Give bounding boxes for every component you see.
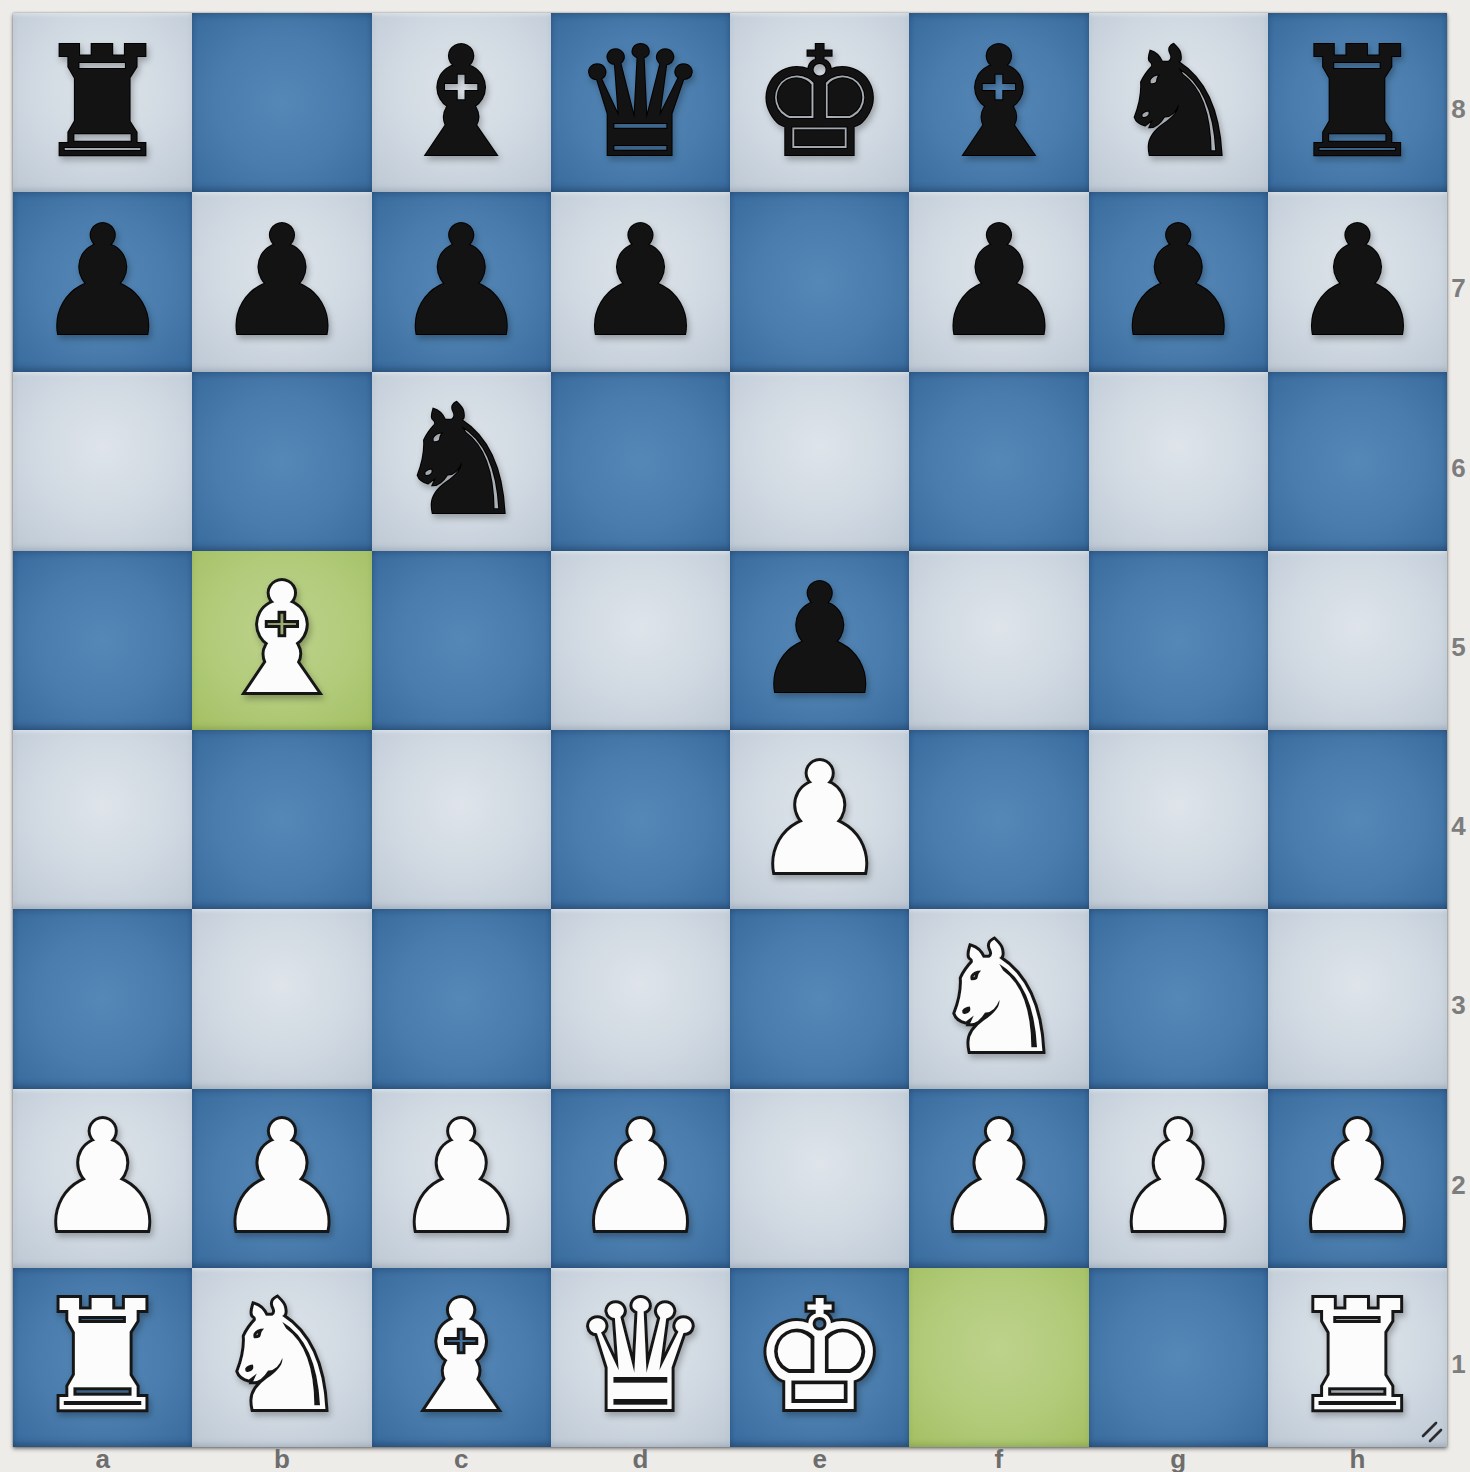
square-f3[interactable]: ♞ — [909, 909, 1088, 1088]
square-b2[interactable]: ♟ — [192, 1089, 371, 1268]
square-c2[interactable]: ♟ — [372, 1089, 551, 1268]
rank-label-3: 3 — [1447, 909, 1470, 1088]
square-a5[interactable] — [13, 551, 192, 730]
black-king-e8-piece[interactable]: ♚ — [751, 27, 887, 179]
square-d3[interactable] — [551, 909, 730, 1088]
file-label-e: e — [730, 1445, 909, 1472]
square-f8[interactable]: ♝ — [909, 13, 1088, 192]
square-b7[interactable]: ♟ — [192, 192, 371, 371]
black-bishop-c8-piece[interactable]: ♝ — [393, 27, 529, 179]
square-d4[interactable] — [551, 730, 730, 909]
black-knight-c6-piece[interactable]: ♞ — [393, 385, 529, 537]
square-e4[interactable]: ♟ — [730, 730, 909, 909]
square-c8[interactable]: ♝ — [372, 13, 551, 192]
square-b6[interactable] — [192, 372, 371, 551]
square-e2[interactable] — [730, 1089, 909, 1268]
white-bishop-c1-piece[interactable]: ♝ — [393, 1281, 529, 1433]
square-a2[interactable]: ♟ — [13, 1089, 192, 1268]
square-d5[interactable] — [551, 551, 730, 730]
rank-label-4: 4 — [1447, 730, 1470, 909]
square-h5[interactable] — [1268, 551, 1447, 730]
black-pawn-c7-piece[interactable]: ♟ — [393, 206, 529, 358]
chess-board-page: ♜♝♛♚♝♞♜♟♟♟♟♟♟♟♞♝♟♟♞♟♟♟♟♟♟♟♜♞♝♛♚♜ 8 7 6 5… — [0, 0, 1470, 1472]
square-g6[interactable] — [1089, 372, 1268, 551]
square-d7[interactable]: ♟ — [551, 192, 730, 371]
black-bishop-f8-piece[interactable]: ♝ — [931, 27, 1067, 179]
file-label-d: d — [551, 1445, 730, 1472]
black-pawn-b7-piece[interactable]: ♟ — [214, 206, 350, 358]
square-g3[interactable] — [1089, 909, 1268, 1088]
white-rook-h1-piece[interactable]: ♜ — [1289, 1281, 1425, 1433]
square-g4[interactable] — [1089, 730, 1268, 909]
square-h4[interactable] — [1268, 730, 1447, 909]
square-e1[interactable]: ♚ — [730, 1268, 909, 1447]
square-h2[interactable]: ♟ — [1268, 1089, 1447, 1268]
white-knight-b1-piece[interactable]: ♞ — [214, 1281, 350, 1433]
square-c1[interactable]: ♝ — [372, 1268, 551, 1447]
square-g5[interactable] — [1089, 551, 1268, 730]
square-a4[interactable] — [13, 730, 192, 909]
square-b5[interactable]: ♝ — [192, 551, 371, 730]
white-pawn-c2-piece[interactable]: ♟ — [393, 1102, 529, 1254]
white-pawn-b2-piece[interactable]: ♟ — [214, 1102, 350, 1254]
square-d8[interactable]: ♛ — [551, 13, 730, 192]
rank-label-1: 1 — [1447, 1268, 1470, 1447]
board-resize-handle-icon[interactable] — [1420, 1420, 1444, 1444]
white-pawn-h2-piece[interactable]: ♟ — [1289, 1102, 1425, 1254]
black-pawn-d7-piece[interactable]: ♟ — [572, 206, 708, 358]
black-pawn-g7-piece[interactable]: ♟ — [1110, 206, 1246, 358]
square-c7[interactable]: ♟ — [372, 192, 551, 371]
square-e8[interactable]: ♚ — [730, 13, 909, 192]
square-a6[interactable] — [13, 372, 192, 551]
rank-label-2: 2 — [1447, 1089, 1470, 1268]
file-label-b: b — [192, 1445, 371, 1472]
black-knight-g8-piece[interactable]: ♞ — [1110, 27, 1246, 179]
white-pawn-g2-piece[interactable]: ♟ — [1110, 1102, 1246, 1254]
rank-label-5: 5 — [1447, 551, 1470, 730]
file-label-g: g — [1089, 1445, 1268, 1472]
white-knight-f3-piece[interactable]: ♞ — [931, 923, 1067, 1075]
square-d2[interactable]: ♟ — [551, 1089, 730, 1268]
file-label-h: h — [1268, 1445, 1447, 1472]
chess-board: ♜♝♛♚♝♞♜♟♟♟♟♟♟♟♞♝♟♟♞♟♟♟♟♟♟♟♜♞♝♛♚♜ — [13, 13, 1447, 1447]
square-h7[interactable]: ♟ — [1268, 192, 1447, 371]
black-rook-h8-piece[interactable]: ♜ — [1289, 27, 1425, 179]
square-f5[interactable] — [909, 551, 1088, 730]
square-g2[interactable]: ♟ — [1089, 1089, 1268, 1268]
file-label-f: f — [909, 1445, 1088, 1472]
white-bishop-b5-piece[interactable]: ♝ — [214, 564, 350, 716]
black-pawn-f7-piece[interactable]: ♟ — [931, 206, 1067, 358]
white-pawn-a2-piece[interactable]: ♟ — [34, 1102, 170, 1254]
square-f4[interactable] — [909, 730, 1088, 909]
white-pawn-e4-piece[interactable]: ♟ — [751, 744, 887, 896]
square-g7[interactable]: ♟ — [1089, 192, 1268, 371]
square-c3[interactable] — [372, 909, 551, 1088]
square-a7[interactable]: ♟ — [13, 192, 192, 371]
square-f1[interactable] — [909, 1268, 1088, 1447]
black-pawn-a7-piece[interactable]: ♟ — [34, 206, 170, 358]
square-f6[interactable] — [909, 372, 1088, 551]
square-d1[interactable]: ♛ — [551, 1268, 730, 1447]
white-pawn-f2-piece[interactable]: ♟ — [931, 1102, 1067, 1254]
square-f2[interactable]: ♟ — [909, 1089, 1088, 1268]
square-f7[interactable]: ♟ — [909, 192, 1088, 371]
square-c5[interactable] — [372, 551, 551, 730]
rank-labels: 8 7 6 5 4 3 2 1 — [1447, 13, 1470, 1447]
square-b4[interactable] — [192, 730, 371, 909]
rank-label-7: 7 — [1447, 192, 1470, 371]
black-rook-a8-piece[interactable]: ♜ — [34, 27, 170, 179]
square-a1[interactable]: ♜ — [13, 1268, 192, 1447]
black-queen-d8-piece[interactable]: ♛ — [572, 27, 708, 179]
file-labels: a b c d e f g h — [13, 1445, 1447, 1472]
square-c6[interactable]: ♞ — [372, 372, 551, 551]
white-pawn-d2-piece[interactable]: ♟ — [572, 1102, 708, 1254]
file-label-a: a — [13, 1445, 192, 1472]
square-g1[interactable] — [1089, 1268, 1268, 1447]
black-pawn-e5-piece[interactable]: ♟ — [751, 564, 887, 716]
square-d6[interactable] — [551, 372, 730, 551]
rank-label-6: 6 — [1447, 372, 1470, 551]
white-king-e1-piece[interactable]: ♚ — [751, 1281, 887, 1433]
square-a3[interactable] — [13, 909, 192, 1088]
square-a8[interactable]: ♜ — [13, 13, 192, 192]
square-e3[interactable] — [730, 909, 909, 1088]
white-rook-a1-piece[interactable]: ♜ — [34, 1281, 170, 1433]
square-e5[interactable]: ♟ — [730, 551, 909, 730]
black-pawn-h7-piece[interactable]: ♟ — [1289, 206, 1425, 358]
square-e7[interactable] — [730, 192, 909, 371]
square-h6[interactable] — [1268, 372, 1447, 551]
file-label-c: c — [372, 1445, 551, 1472]
square-e6[interactable] — [730, 372, 909, 551]
square-b3[interactable] — [192, 909, 371, 1088]
square-b8[interactable] — [192, 13, 371, 192]
white-queen-d1-piece[interactable]: ♛ — [572, 1281, 708, 1433]
square-b1[interactable]: ♞ — [192, 1268, 371, 1447]
square-h3[interactable] — [1268, 909, 1447, 1088]
square-c4[interactable] — [372, 730, 551, 909]
rank-label-8: 8 — [1447, 13, 1470, 192]
square-h8[interactable]: ♜ — [1268, 13, 1447, 192]
square-g8[interactable]: ♞ — [1089, 13, 1268, 192]
